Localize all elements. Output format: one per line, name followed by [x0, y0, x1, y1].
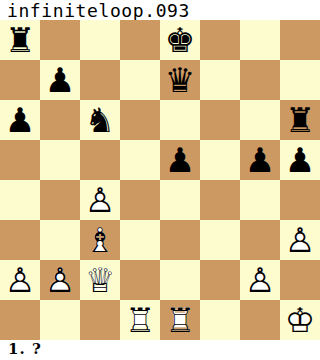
square-e6[interactable] [160, 100, 200, 140]
square-b4[interactable] [40, 180, 80, 220]
white-pawn-piece: ♙ [240, 260, 280, 300]
square-d2[interactable] [120, 260, 160, 300]
white-king-piece-fill: ♚ [280, 300, 320, 340]
square-f7[interactable] [200, 60, 240, 100]
square-a4[interactable] [0, 180, 40, 220]
square-b5[interactable] [40, 140, 80, 180]
puzzle-title: infiniteloop.093 [0, 0, 320, 20]
black-knight-piece: ♞ [80, 100, 120, 140]
square-f5[interactable] [200, 140, 240, 180]
black-pawn-piece: ♟ [240, 140, 280, 180]
black-pawn-piece: ♟ [40, 60, 80, 100]
square-c2[interactable]: ♛♕ [80, 260, 120, 300]
square-h3[interactable]: ♟♙ [280, 220, 320, 260]
square-h5[interactable]: ♟ [280, 140, 320, 180]
white-rook-piece-fill: ♜ [120, 300, 160, 340]
square-e4[interactable] [160, 180, 200, 220]
square-b3[interactable] [40, 220, 80, 260]
square-d4[interactable] [120, 180, 160, 220]
square-a5[interactable] [0, 140, 40, 180]
white-pawn-piece: ♙ [0, 260, 40, 300]
chess-puzzle-page: infiniteloop.093 ♜♚♟♛♟♞♜♟♟♟♟♙♝♗♟♙♟♙♟♙♛♕♟… [0, 0, 320, 360]
square-b1[interactable] [40, 300, 80, 340]
white-bishop-piece: ♗ [80, 220, 120, 260]
square-e3[interactable] [160, 220, 200, 260]
black-pawn-piece: ♟ [160, 140, 200, 180]
square-f3[interactable] [200, 220, 240, 260]
move-prompt: 1. ? [0, 340, 320, 360]
square-e1[interactable]: ♜♖ [160, 300, 200, 340]
white-rook-piece: ♖ [160, 300, 200, 340]
square-c6[interactable]: ♞ [80, 100, 120, 140]
square-a7[interactable] [0, 60, 40, 100]
chess-board: ♜♚♟♛♟♞♜♟♟♟♟♙♝♗♟♙♟♙♟♙♛♕♟♙♜♖♜♖♚♔ [0, 20, 320, 340]
square-c5[interactable] [80, 140, 120, 180]
square-h2[interactable] [280, 260, 320, 300]
white-pawn-piece-fill: ♟ [80, 180, 120, 220]
square-b7[interactable]: ♟ [40, 60, 80, 100]
white-queen-piece: ♕ [80, 260, 120, 300]
square-a1[interactable] [0, 300, 40, 340]
square-g3[interactable] [240, 220, 280, 260]
square-f6[interactable] [200, 100, 240, 140]
square-g4[interactable] [240, 180, 280, 220]
black-rook-piece: ♜ [0, 20, 40, 60]
white-pawn-piece-fill: ♟ [280, 220, 320, 260]
square-a3[interactable] [0, 220, 40, 260]
black-pawn-piece: ♟ [0, 100, 40, 140]
square-c1[interactable] [80, 300, 120, 340]
square-f4[interactable] [200, 180, 240, 220]
square-c8[interactable] [80, 20, 120, 60]
black-rook-piece: ♜ [280, 100, 320, 140]
white-rook-piece-fill: ♜ [160, 300, 200, 340]
square-b6[interactable] [40, 100, 80, 140]
square-d1[interactable]: ♜♖ [120, 300, 160, 340]
square-d7[interactable] [120, 60, 160, 100]
white-pawn-piece-fill: ♟ [240, 260, 280, 300]
square-h4[interactable] [280, 180, 320, 220]
square-f2[interactable] [200, 260, 240, 300]
square-b2[interactable]: ♟♙ [40, 260, 80, 300]
square-f1[interactable] [200, 300, 240, 340]
black-king-piece: ♚ [160, 20, 200, 60]
square-f8[interactable] [200, 20, 240, 60]
square-h6[interactable]: ♜ [280, 100, 320, 140]
square-g5[interactable]: ♟ [240, 140, 280, 180]
square-d6[interactable] [120, 100, 160, 140]
square-c4[interactable]: ♟♙ [80, 180, 120, 220]
square-b8[interactable] [40, 20, 80, 60]
square-c7[interactable] [80, 60, 120, 100]
square-g2[interactable]: ♟♙ [240, 260, 280, 300]
square-h8[interactable] [280, 20, 320, 60]
square-e8[interactable]: ♚ [160, 20, 200, 60]
square-e2[interactable] [160, 260, 200, 300]
square-g8[interactable] [240, 20, 280, 60]
white-pawn-piece-fill: ♟ [40, 260, 80, 300]
white-pawn-piece: ♙ [40, 260, 80, 300]
square-g6[interactable] [240, 100, 280, 140]
white-queen-piece-fill: ♛ [80, 260, 120, 300]
black-queen-piece: ♛ [160, 60, 200, 100]
square-d3[interactable] [120, 220, 160, 260]
square-h1[interactable]: ♚♔ [280, 300, 320, 340]
square-d8[interactable] [120, 20, 160, 60]
white-bishop-piece-fill: ♝ [80, 220, 120, 260]
square-d5[interactable] [120, 140, 160, 180]
square-c3[interactable]: ♝♗ [80, 220, 120, 260]
white-king-piece: ♔ [280, 300, 320, 340]
square-g1[interactable] [240, 300, 280, 340]
square-a6[interactable]: ♟ [0, 100, 40, 140]
square-a8[interactable]: ♜ [0, 20, 40, 60]
square-e7[interactable]: ♛ [160, 60, 200, 100]
white-pawn-piece: ♙ [280, 220, 320, 260]
white-pawn-piece: ♙ [80, 180, 120, 220]
square-h7[interactable] [280, 60, 320, 100]
square-a2[interactable]: ♟♙ [0, 260, 40, 300]
white-pawn-piece-fill: ♟ [0, 260, 40, 300]
square-e5[interactable]: ♟ [160, 140, 200, 180]
white-rook-piece: ♖ [120, 300, 160, 340]
square-g7[interactable] [240, 60, 280, 100]
black-pawn-piece: ♟ [280, 140, 320, 180]
